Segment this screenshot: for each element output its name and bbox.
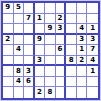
cell-r5c2-given-4[interactable]: 4 [14, 45, 25, 56]
cell-r9c6-given-undefined[interactable] [56, 87, 67, 98]
cell-r7c3-given-3[interactable]: 3 [24, 66, 35, 77]
cell-r1c1-given-9[interactable]: 9 [3, 3, 14, 14]
cell-r8c3-given-6[interactable]: 6 [24, 77, 35, 88]
cell-r8c2-given-4[interactable]: 4 [14, 77, 25, 88]
cell-r1c4-empty[interactable] [35, 3, 46, 14]
cell-r6c4-given-3[interactable]: 3 [35, 56, 46, 67]
cell-r8c4-empty[interactable] [35, 77, 46, 88]
cell-r5c8-given-1[interactable]: 1 [77, 45, 88, 56]
cell-r1c2-given-5[interactable]: 5 [14, 3, 25, 14]
cell-r2c7-empty[interactable] [66, 14, 77, 25]
cell-r9c5-given-8[interactable]: 8 [45, 87, 56, 98]
cell-r7c4-empty[interactable] [35, 66, 46, 77]
cell-r2c6-given-2[interactable]: 2 [56, 14, 67, 25]
cell-r1c7-empty[interactable] [66, 3, 77, 14]
cell-r6c8-given-2[interactable]: 2 [77, 56, 88, 67]
cell-r8c8-empty[interactable] [77, 77, 88, 88]
cell-r7c5-empty[interactable] [45, 66, 56, 77]
cell-r5c1-empty[interactable] [3, 45, 14, 56]
cell-r4c7-empty[interactable] [66, 35, 77, 46]
cell-r9c4-given-2[interactable]: 2 [35, 87, 46, 98]
cell-r6c5-empty[interactable] [45, 56, 56, 67]
cell-r2c8-empty[interactable] [77, 14, 88, 25]
cell-r6c7-given-8[interactable]: 8 [66, 56, 77, 67]
cell-r1c6-empty[interactable] [56, 3, 67, 14]
cell-r4c9-given-3[interactable]: 3 [87, 35, 98, 46]
cell-r5c6-given-6[interactable]: 6 [56, 45, 67, 56]
cell-r6c2-empty[interactable] [14, 56, 25, 67]
cell-r2c9-empty[interactable] [87, 14, 98, 25]
cell-r3c5-given-9[interactable]: 9 [45, 24, 56, 35]
cell-r3c3-empty[interactable] [24, 24, 35, 35]
cell-r5c7-empty[interactable] [66, 45, 77, 56]
cell-r3c7-empty[interactable] [66, 24, 77, 35]
cell-r7c7-empty[interactable] [66, 66, 77, 77]
cell-r4c6-empty[interactable] [56, 35, 67, 46]
cell-r8c6-empty[interactable] [56, 77, 67, 88]
cell-r6c9-given-4[interactable]: 4 [87, 56, 98, 67]
cell-r3c1-empty[interactable] [3, 24, 14, 35]
cell-r4c8-given-3[interactable]: 3 [77, 35, 88, 46]
cell-r3c9-given-1[interactable]: 1 [87, 24, 98, 35]
cell-r4c4-given-9[interactable]: 9 [35, 35, 46, 46]
cell-r3c8-given-4[interactable]: 4 [77, 24, 88, 35]
sudoku-board: 9571293412933461738248314628 [1, 1, 100, 100]
cell-r9c9-given-undefined[interactable] [87, 87, 98, 98]
cell-r3c2-empty[interactable] [14, 24, 25, 35]
cell-r2c4-given-1[interactable]: 1 [35, 14, 46, 25]
cell-r5c3-empty[interactable] [24, 45, 35, 56]
cell-r7c6-empty[interactable] [56, 66, 67, 77]
cell-r9c2-empty[interactable] [14, 87, 25, 98]
cell-r7c8-empty[interactable] [77, 66, 88, 77]
cell-r3c4-empty[interactable] [35, 24, 46, 35]
cell-r6c1-empty[interactable] [3, 56, 14, 67]
cell-r5c4-empty[interactable] [35, 45, 46, 56]
cell-r7c1-empty[interactable] [3, 66, 14, 77]
cell-r3c6-given-3[interactable]: 3 [56, 24, 67, 35]
cell-r4c1-given-2[interactable]: 2 [3, 35, 14, 46]
cell-r6c3-empty[interactable] [24, 56, 35, 67]
cell-r1c5-empty[interactable] [45, 3, 56, 14]
cell-r4c3-empty[interactable] [24, 35, 35, 46]
cell-r7c2-given-8[interactable]: 8 [14, 66, 25, 77]
cell-r8c7-empty[interactable] [66, 77, 77, 88]
cell-r6c6-empty[interactable] [56, 56, 67, 67]
cell-r8c5-empty[interactable] [45, 77, 56, 88]
cell-r9c1-empty[interactable] [3, 87, 14, 98]
cell-r1c9-empty[interactable] [87, 3, 98, 14]
cell-r2c5-empty[interactable] [45, 14, 56, 25]
cell-r4c2-empty[interactable] [14, 35, 25, 46]
cell-r7c9-given-1[interactable]: 1 [87, 66, 98, 77]
cell-r9c8-given-undefined[interactable] [77, 87, 88, 98]
cell-r1c3-empty[interactable] [24, 3, 35, 14]
cell-r5c5-empty[interactable] [45, 45, 56, 56]
cell-r4c5-empty[interactable] [45, 35, 56, 46]
cell-r5c9-given-7[interactable]: 7 [87, 45, 98, 56]
cell-r2c3-given-7[interactable]: 7 [24, 14, 35, 25]
cell-r2c2-empty[interactable] [14, 14, 25, 25]
cell-r8c1-empty[interactable] [3, 77, 14, 88]
cell-r8c9-empty[interactable] [87, 77, 98, 88]
cell-r9c7-given-undefined[interactable] [66, 87, 77, 98]
cell-r2c1-empty[interactable] [3, 14, 14, 25]
cell-r9c3-empty[interactable] [24, 87, 35, 98]
cell-r1c8-empty[interactable] [77, 3, 88, 14]
